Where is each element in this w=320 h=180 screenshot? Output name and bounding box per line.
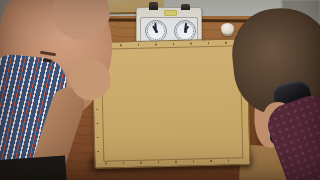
clock-button-right[interactable] xyxy=(181,4,190,10)
board-playfield xyxy=(101,45,244,161)
left-player-lap-shadow xyxy=(0,156,67,180)
dial-pin-icon xyxy=(155,30,158,33)
clock-sticker xyxy=(164,10,177,16)
clock-button-left[interactable] xyxy=(149,2,158,10)
clock-dial-left xyxy=(145,20,167,42)
captured-white-piece[interactable] xyxy=(221,23,234,34)
photo-scene xyxy=(0,0,320,180)
checkers-board xyxy=(91,38,250,169)
dial-pin-icon xyxy=(184,30,187,33)
